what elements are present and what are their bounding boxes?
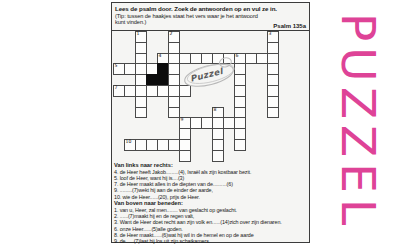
grid-cell[interactable] (179, 150, 191, 162)
psalm-reference: Psalm 135a (273, 23, 306, 29)
instructions-header: Lees de psalm door. Zoek de antwoorden o… (112, 3, 309, 31)
clue: 3. Want de Heer doet recht aan zijn volk… (114, 219, 307, 225)
clue-number: 1 (137, 32, 140, 37)
grid-cell[interactable] (234, 139, 246, 151)
clue-number: 4 (159, 54, 162, 59)
clue-number: 8 (214, 108, 217, 113)
clue-number: 3 (269, 32, 272, 37)
worksheet: Lees de psalm door. Zoek de antwoorden o… (111, 2, 310, 243)
clue-number: 7 (115, 86, 118, 91)
down-clues: 1. van u, Heer, zal men........ van gesl… (114, 207, 307, 245)
page: { "game": "crossword (Dutch bible psalm … (0, 0, 393, 245)
clue-lists: Van links naar rechts: 4. de Heer heeft … (114, 162, 307, 244)
crossword-grid: 12345678910 (113, 31, 281, 163)
clue-number: 10 (126, 140, 132, 145)
clue: 9. de......(7)laat hij los uit zijn scha… (114, 238, 307, 244)
grid-cell[interactable] (135, 107, 147, 119)
clue-number: 5 (115, 64, 118, 69)
clue-number: 6 (236, 54, 239, 59)
grid-cell[interactable] (267, 107, 279, 119)
grid-cell[interactable] (212, 150, 224, 162)
down-heading: Van boven naar beneden: (114, 200, 307, 207)
puzzel-banner: PUZZEL (320, 0, 393, 245)
across-clues: 4. de Heer heeft Jakob.........(4), Isra… (114, 169, 307, 200)
clue-number: 9 (181, 118, 184, 123)
clue-number: 2 (170, 32, 173, 37)
instruction-text: Lees de psalm door. Zoek de antwoorden o… (115, 5, 306, 13)
tip-text-line1: (Tip: tussen de haakjes staat het vers w… (115, 13, 306, 20)
across-heading: Van links naar rechts: (114, 162, 307, 169)
